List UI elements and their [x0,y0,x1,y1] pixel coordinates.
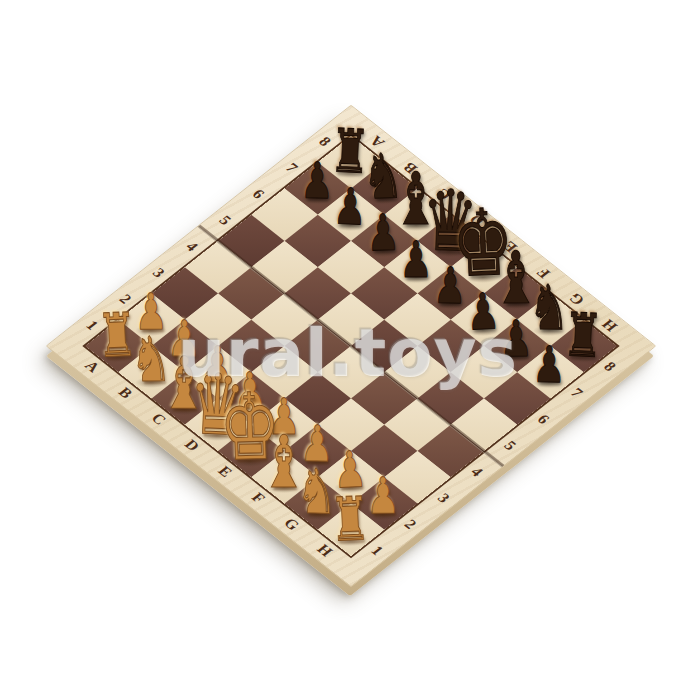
product-photo-scene: ABCDEFGH ABCDEFGH 87654321 87654321 ♜♞♝♛… [0,0,700,700]
watermark: ural.toys [177,314,517,391]
